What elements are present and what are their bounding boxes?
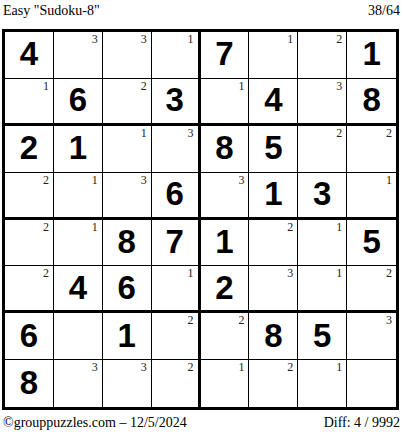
cell-r3c5[interactable]: 8 (201, 126, 250, 173)
cell-r6c5[interactable]: 2 (201, 266, 250, 313)
cell-r5c1[interactable]: 2 (5, 220, 54, 267)
cell-r1c2[interactable]: 3 (54, 32, 103, 79)
copyright-text: ©grouppuzzles.com – 12/5/2024 (3, 414, 187, 431)
cell-value: 4 (69, 271, 87, 304)
cell-r2c3[interactable]: 2 (103, 79, 152, 126)
cell-r6c8[interactable]: 2 (347, 266, 396, 313)
cell-r3c8[interactable]: 2 (347, 126, 396, 173)
cell-r4c6[interactable]: 1 (249, 173, 298, 220)
cell-r2c6[interactable]: 4 (249, 79, 298, 126)
cell-r8c4[interactable]: 2 (152, 360, 201, 407)
cell-r1c8[interactable]: 1 (347, 32, 396, 79)
sudoku-board: 4331712116231438211385222136313121871215… (2, 29, 399, 410)
pencil-mark: 1 (238, 79, 244, 93)
pencil-mark: 1 (287, 32, 293, 46)
pencil-mark: 1 (188, 32, 194, 46)
cell-r8c6[interactable]: 2 (249, 360, 298, 407)
cell-r7c5[interactable]: 2 (201, 313, 250, 360)
pencil-mark: 1 (336, 360, 342, 374)
pencil-mark: 1 (141, 126, 147, 140)
cell-r4c2[interactable]: 1 (54, 173, 103, 220)
pencil-mark: 1 (336, 220, 342, 234)
cell-value: 6 (165, 177, 183, 210)
pencil-mark: 1 (92, 220, 98, 234)
cell-value: 2 (215, 271, 233, 304)
pencil-mark: 2 (238, 313, 244, 327)
cell-r7c2[interactable] (54, 313, 103, 360)
pencil-mark: 1 (386, 173, 392, 187)
cell-value: 8 (215, 131, 233, 164)
pencil-mark: 2 (43, 220, 49, 234)
cell-r1c7[interactable]: 2 (298, 32, 347, 79)
cell-r8c5[interactable]: 1 (201, 360, 250, 407)
pencil-mark: 1 (336, 266, 342, 280)
cell-r3c1[interactable]: 2 (5, 126, 54, 173)
cell-value: 1 (118, 319, 136, 352)
cell-r3c7[interactable]: 2 (298, 126, 347, 173)
cell-r2c5[interactable]: 1 (201, 79, 250, 126)
cell-r5c5[interactable]: 1 (201, 220, 250, 267)
cell-value: 4 (264, 83, 282, 116)
cell-r8c2[interactable]: 3 (54, 360, 103, 407)
cell-value: 1 (362, 37, 380, 70)
cell-r3c6[interactable]: 5 (249, 126, 298, 173)
cell-value: 6 (118, 271, 136, 304)
cell-value: 8 (20, 366, 38, 399)
pencil-mark: 2 (386, 126, 392, 140)
cell-value: 7 (165, 225, 183, 258)
cell-r5c2[interactable]: 1 (54, 220, 103, 267)
cell-r2c4[interactable]: 3 (152, 79, 201, 126)
cell-value: 8 (118, 225, 136, 258)
cell-value: 1 (264, 177, 282, 210)
cell-r6c2[interactable]: 4 (54, 266, 103, 313)
cell-r7c4[interactable]: 2 (152, 313, 201, 360)
pencil-mark: 2 (188, 313, 194, 327)
cell-value: 1 (215, 225, 233, 258)
pencil-mark: 3 (287, 266, 293, 280)
cell-value: 3 (313, 177, 331, 210)
cell-r4c8[interactable]: 1 (347, 173, 396, 220)
cell-r6c6[interactable]: 3 (249, 266, 298, 313)
cell-r1c6[interactable]: 1 (249, 32, 298, 79)
cell-r4c3[interactable]: 3 (103, 173, 152, 220)
cell-r4c4[interactable]: 6 (152, 173, 201, 220)
cell-r7c6[interactable]: 8 (249, 313, 298, 360)
cell-r6c1[interactable]: 2 (5, 266, 54, 313)
pencil-mark: 2 (188, 360, 194, 374)
pencil-mark: 1 (188, 266, 194, 280)
puzzle-title: Easy "Sudoku-8" (3, 3, 100, 19)
pencil-mark: 2 (386, 266, 392, 280)
progress-counter: 38/64 (368, 3, 400, 19)
cell-r6c3[interactable]: 6 (103, 266, 152, 313)
pencil-mark: 3 (141, 173, 147, 187)
cell-value: 2 (20, 131, 38, 164)
cell-r4c5[interactable]: 3 (201, 173, 250, 220)
cell-r8c8[interactable] (347, 360, 396, 407)
pencil-mark: 2 (141, 79, 147, 93)
pencil-mark: 2 (43, 173, 49, 187)
pencil-mark: 2 (287, 220, 293, 234)
cell-r7c1[interactable]: 6 (5, 313, 54, 360)
pencil-mark: 3 (336, 79, 342, 93)
cell-value: 5 (313, 319, 331, 352)
cell-r7c7[interactable]: 5 (298, 313, 347, 360)
cell-r5c7[interactable]: 1 (298, 220, 347, 267)
cell-r5c8[interactable]: 5 (347, 220, 396, 267)
pencil-mark: 3 (141, 360, 147, 374)
pencil-mark: 1 (43, 79, 49, 93)
cell-r4c7[interactable]: 3 (298, 173, 347, 220)
cell-r1c5[interactable]: 7 (201, 32, 250, 79)
cell-r4c1[interactable]: 2 (5, 173, 54, 220)
cell-r5c6[interactable]: 2 (249, 220, 298, 267)
pencil-mark: 2 (336, 32, 342, 46)
cell-r5c4[interactable]: 7 (152, 220, 201, 267)
cell-r1c3[interactable]: 3 (103, 32, 152, 79)
pencil-mark: 3 (141, 32, 147, 46)
pencil-mark: 1 (238, 360, 244, 374)
cell-value: 7 (215, 37, 233, 70)
cell-r3c2[interactable]: 1 (54, 126, 103, 173)
cell-r8c3[interactable]: 3 (103, 360, 152, 407)
cell-r1c1[interactable]: 4 (5, 32, 54, 79)
cell-r6c4[interactable]: 1 (152, 266, 201, 313)
cell-value: 6 (20, 319, 38, 352)
pencil-mark: 3 (386, 313, 392, 327)
pencil-mark: 2 (287, 360, 293, 374)
pencil-mark: 3 (92, 32, 98, 46)
cell-r7c3[interactable]: 1 (103, 313, 152, 360)
cell-value: 8 (264, 319, 282, 352)
cell-r6c7[interactable]: 1 (298, 266, 347, 313)
cell-r2c7[interactable]: 3 (298, 79, 347, 126)
cell-r3c4[interactable]: 3 (152, 126, 201, 173)
cell-r2c8[interactable]: 8 (347, 79, 396, 126)
pencil-mark: 3 (238, 173, 244, 187)
cell-r3c3[interactable]: 1 (103, 126, 152, 173)
footer: ©grouppuzzles.com – 12/5/2024 Diff: 4 / … (0, 414, 403, 431)
header: Easy "Sudoku-8" 38/64 (0, 0, 403, 19)
cell-r2c1[interactable]: 1 (5, 79, 54, 126)
pencil-mark: 3 (92, 360, 98, 374)
pencil-mark: 1 (92, 173, 98, 187)
cell-r8c1[interactable]: 8 (5, 360, 54, 407)
cell-value: 8 (362, 83, 380, 116)
difficulty-text: Diff: 4 / 9992 (324, 414, 400, 431)
cell-value: 1 (69, 131, 87, 164)
pencil-mark: 2 (336, 126, 342, 140)
cell-value: 4 (20, 37, 38, 70)
cell-r5c3[interactable]: 8 (103, 220, 152, 267)
cell-r2c2[interactable]: 6 (54, 79, 103, 126)
cell-r7c8[interactable]: 3 (347, 313, 396, 360)
cell-r1c4[interactable]: 1 (152, 32, 201, 79)
cell-r8c7[interactable]: 1 (298, 360, 347, 407)
cell-value: 5 (362, 225, 380, 258)
cell-value: 6 (69, 83, 87, 116)
pencil-mark: 3 (188, 126, 194, 140)
cell-value: 5 (264, 131, 282, 164)
cell-value: 3 (165, 83, 183, 116)
pencil-mark: 2 (43, 266, 49, 280)
